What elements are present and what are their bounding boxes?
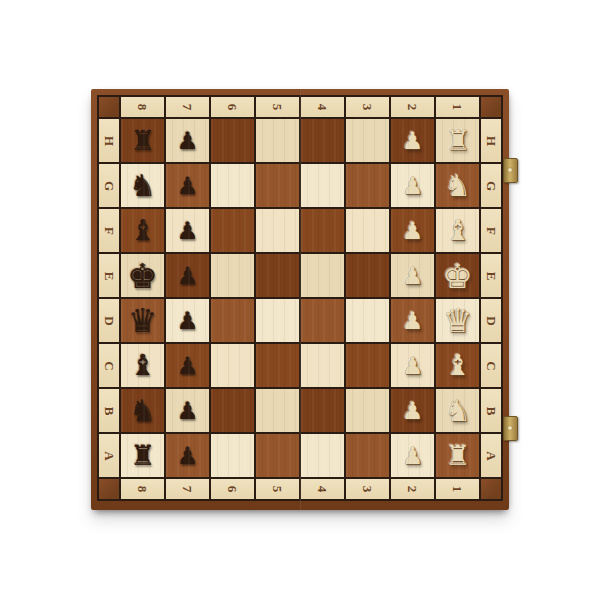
square-h8[interactable]: ♜ — [121, 119, 164, 162]
square-d8[interactable]: ♛ — [121, 299, 164, 342]
rank-label-bottom-5: 5 — [256, 479, 299, 499]
file-label-text: C — [483, 361, 499, 370]
piece-white-pawn[interactable]: ♟ — [391, 119, 434, 162]
rank-label-bottom-2: 2 — [391, 479, 434, 499]
rank-label-text: 2 — [405, 486, 421, 493]
square-d1[interactable]: ♛ — [436, 299, 479, 342]
rank-label-text: 3 — [360, 486, 376, 493]
square-d6[interactable] — [211, 299, 254, 342]
square-g6[interactable] — [211, 164, 254, 207]
file-label-left-B: B — [99, 389, 119, 432]
square-c4[interactable] — [301, 344, 344, 387]
piece-black-pawn[interactable]: ♟ — [166, 434, 209, 477]
piece-black-bishop[interactable]: ♝ — [121, 209, 164, 252]
file-label-text: F — [483, 227, 499, 235]
square-c1[interactable]: ♝ — [436, 344, 479, 387]
file-label-left-A: A — [99, 434, 119, 477]
square-g3[interactable] — [346, 164, 389, 207]
file-label-right-A: A — [481, 434, 501, 477]
file-label-text: H — [101, 135, 117, 145]
square-h6[interactable] — [211, 119, 254, 162]
square-b4[interactable] — [301, 389, 344, 432]
file-label-right-G: G — [481, 164, 501, 207]
square-b6[interactable] — [211, 389, 254, 432]
square-a7[interactable]: ♟ — [166, 434, 209, 477]
rank-label-text: 3 — [360, 104, 376, 111]
file-label-left-D: D — [99, 299, 119, 342]
piece-black-pawn[interactable]: ♟ — [166, 164, 209, 207]
piece-white-knight[interactable]: ♞ — [436, 164, 479, 207]
square-g2[interactable]: ♟ — [391, 164, 434, 207]
piece-black-bishop[interactable]: ♝ — [121, 344, 164, 387]
rank-label-text: 7 — [180, 486, 196, 493]
square-f5[interactable] — [256, 209, 299, 252]
rank-label-bottom-7: 7 — [166, 479, 209, 499]
rank-label-top-1: 1 — [436, 97, 479, 117]
file-label-text: A — [101, 451, 117, 460]
piece-white-rook[interactable]: ♜ — [436, 434, 479, 477]
file-label-text: G — [101, 180, 117, 190]
square-c6[interactable] — [211, 344, 254, 387]
file-label-text: A — [483, 451, 499, 460]
square-c5[interactable] — [256, 344, 299, 387]
square-a3[interactable] — [346, 434, 389, 477]
rank-label-bottom-8: 8 — [121, 479, 164, 499]
piece-black-rook[interactable]: ♜ — [121, 434, 164, 477]
rank-label-text: 8 — [135, 104, 151, 111]
square-g4[interactable] — [301, 164, 344, 207]
square-e2[interactable]: ♟ — [391, 254, 434, 297]
square-d7[interactable]: ♟ — [166, 299, 209, 342]
rank-label-text: 6 — [225, 104, 241, 111]
square-c2[interactable]: ♟ — [391, 344, 434, 387]
piece-white-knight[interactable]: ♞ — [436, 389, 479, 432]
rank-label-top-2: 2 — [391, 97, 434, 117]
piece-white-rook[interactable]: ♜ — [436, 119, 479, 162]
border-corner — [481, 479, 501, 499]
piece-white-pawn[interactable]: ♟ — [391, 254, 434, 297]
square-f6[interactable] — [211, 209, 254, 252]
square-b7[interactable]: ♟ — [166, 389, 209, 432]
rank-label-text: 4 — [315, 104, 331, 111]
rank-label-text: 1 — [450, 486, 466, 493]
piece-white-bishop[interactable]: ♝ — [436, 344, 479, 387]
square-a5[interactable] — [256, 434, 299, 477]
file-label-text: E — [483, 271, 499, 280]
piece-white-pawn[interactable]: ♟ — [391, 299, 434, 342]
piece-black-knight[interactable]: ♞ — [121, 164, 164, 207]
square-b5[interactable] — [256, 389, 299, 432]
piece-black-queen[interactable]: ♛ — [121, 299, 164, 342]
piece-white-queen[interactable]: ♛ — [436, 299, 479, 342]
rank-label-top-3: 3 — [346, 97, 389, 117]
piece-black-pawn[interactable]: ♟ — [166, 119, 209, 162]
file-label-left-E: E — [99, 254, 119, 297]
border-corner — [99, 97, 119, 117]
square-h5[interactable] — [256, 119, 299, 162]
file-label-text: C — [101, 361, 117, 370]
file-label-right-B: B — [481, 389, 501, 432]
rank-label-text: 7 — [180, 104, 196, 111]
file-label-text: B — [101, 406, 117, 415]
square-f3[interactable] — [346, 209, 389, 252]
border-corner — [99, 479, 119, 499]
square-a8[interactable]: ♜ — [121, 434, 164, 477]
square-e6[interactable] — [211, 254, 254, 297]
file-label-right-E: E — [481, 254, 501, 297]
square-h4[interactable] — [301, 119, 344, 162]
square-a1[interactable]: ♜ — [436, 434, 479, 477]
piece-white-bishop[interactable]: ♝ — [436, 209, 479, 252]
rank-label-text: 5 — [270, 486, 286, 493]
piece-white-pawn[interactable]: ♟ — [391, 344, 434, 387]
square-g5[interactable] — [256, 164, 299, 207]
square-e7[interactable]: ♟ — [166, 254, 209, 297]
square-c8[interactable]: ♝ — [121, 344, 164, 387]
file-label-right-H: H — [481, 119, 501, 162]
square-e1[interactable]: ♚ — [436, 254, 479, 297]
file-label-text: F — [101, 227, 117, 235]
square-d5[interactable] — [256, 299, 299, 342]
square-b3[interactable] — [346, 389, 389, 432]
square-f2[interactable]: ♟ — [391, 209, 434, 252]
square-g7[interactable]: ♟ — [166, 164, 209, 207]
rank-label-bottom-6: 6 — [211, 479, 254, 499]
piece-black-pawn[interactable]: ♟ — [166, 389, 209, 432]
piece-black-rook[interactable]: ♜ — [121, 119, 164, 162]
square-b8[interactable]: ♞ — [121, 389, 164, 432]
piece-black-pawn[interactable]: ♟ — [166, 299, 209, 342]
square-f1[interactable]: ♝ — [436, 209, 479, 252]
square-f8[interactable]: ♝ — [121, 209, 164, 252]
rank-label-top-5: 5 — [256, 97, 299, 117]
rank-label-text: 1 — [450, 104, 466, 111]
piece-white-pawn[interactable]: ♟ — [391, 164, 434, 207]
rank-label-text: 6 — [225, 486, 241, 493]
file-label-text: D — [101, 316, 117, 325]
rank-label-text: 4 — [315, 486, 331, 493]
board-grid: 87654321H♜♟♟♜HG♞♟♟♞GF♝♟♟♝FE♚♟♟♚ED♛♟♟♛DC♝… — [97, 95, 503, 501]
square-e5[interactable] — [256, 254, 299, 297]
piece-black-pawn[interactable]: ♟ — [166, 254, 209, 297]
piece-black-knight[interactable]: ♞ — [121, 389, 164, 432]
piece-white-pawn[interactable]: ♟ — [391, 209, 434, 252]
file-label-left-C: C — [99, 344, 119, 387]
rank-label-bottom-3: 3 — [346, 479, 389, 499]
file-label-text: B — [483, 406, 499, 415]
brass-clasp-icon — [503, 158, 518, 183]
file-label-text: H — [483, 135, 499, 145]
rank-label-text: 2 — [405, 104, 421, 111]
file-label-text: D — [483, 316, 499, 325]
file-label-right-F: F — [481, 209, 501, 252]
square-e3[interactable] — [346, 254, 389, 297]
file-label-right-C: C — [481, 344, 501, 387]
square-a6[interactable] — [211, 434, 254, 477]
rank-label-top-7: 7 — [166, 97, 209, 117]
square-e8[interactable]: ♚ — [121, 254, 164, 297]
border-corner — [481, 97, 501, 117]
square-a4[interactable] — [301, 434, 344, 477]
square-a2[interactable]: ♟ — [391, 434, 434, 477]
square-c7[interactable]: ♟ — [166, 344, 209, 387]
square-f7[interactable]: ♟ — [166, 209, 209, 252]
square-h1[interactable]: ♜ — [436, 119, 479, 162]
piece-black-pawn[interactable]: ♟ — [166, 209, 209, 252]
file-label-text: E — [101, 271, 117, 280]
piece-black-king[interactable]: ♚ — [121, 254, 164, 297]
brass-clasp-icon — [503, 416, 518, 441]
square-g8[interactable]: ♞ — [121, 164, 164, 207]
rank-label-top-8: 8 — [121, 97, 164, 117]
piece-white-pawn[interactable]: ♟ — [391, 434, 434, 477]
square-b2[interactable]: ♟ — [391, 389, 434, 432]
rank-label-bottom-1: 1 — [436, 479, 479, 499]
piece-black-pawn[interactable]: ♟ — [166, 344, 209, 387]
square-d3[interactable] — [346, 299, 389, 342]
chess-board: 87654321H♜♟♟♜HG♞♟♟♞GF♝♟♟♝FE♚♟♟♚ED♛♟♟♛DC♝… — [91, 89, 509, 510]
square-d4[interactable] — [301, 299, 344, 342]
piece-white-king[interactable]: ♚ — [436, 254, 479, 297]
file-label-right-D: D — [481, 299, 501, 342]
square-e4[interactable] — [301, 254, 344, 297]
square-c3[interactable] — [346, 344, 389, 387]
file-label-left-G: G — [99, 164, 119, 207]
square-d2[interactable]: ♟ — [391, 299, 434, 342]
square-h7[interactable]: ♟ — [166, 119, 209, 162]
square-b1[interactable]: ♞ — [436, 389, 479, 432]
rank-label-bottom-4: 4 — [301, 479, 344, 499]
file-label-left-H: H — [99, 119, 119, 162]
piece-white-pawn[interactable]: ♟ — [391, 389, 434, 432]
rank-label-text: 8 — [135, 486, 151, 493]
rank-label-top-4: 4 — [301, 97, 344, 117]
square-h3[interactable] — [346, 119, 389, 162]
file-label-text: G — [483, 180, 499, 190]
square-h2[interactable]: ♟ — [391, 119, 434, 162]
rank-label-text: 5 — [270, 104, 286, 111]
file-label-left-F: F — [99, 209, 119, 252]
square-g1[interactable]: ♞ — [436, 164, 479, 207]
square-f4[interactable] — [301, 209, 344, 252]
rank-label-top-6: 6 — [211, 97, 254, 117]
